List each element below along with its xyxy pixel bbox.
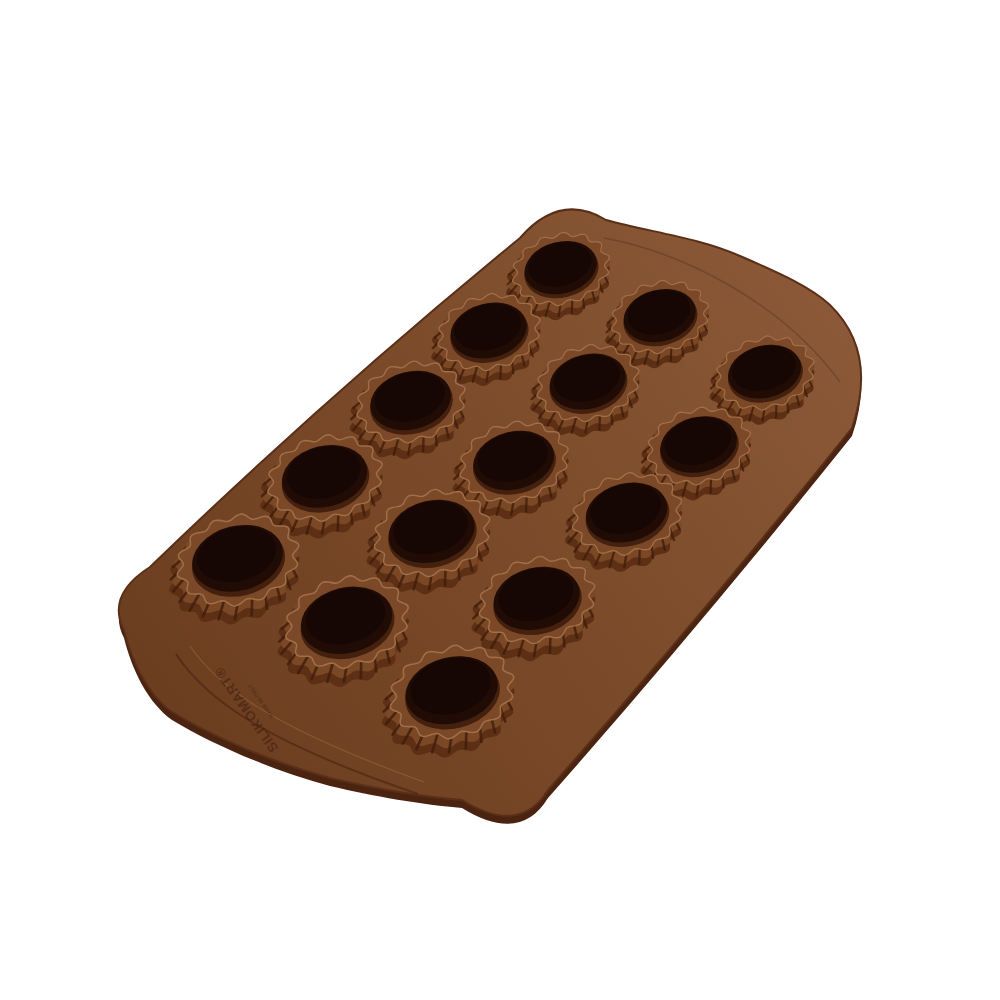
- product-photo: SILIKOMART® MADE IN ITALY: [0, 0, 1000, 1000]
- mold-photo-svg: SILIKOMART® MADE IN ITALY: [0, 0, 1000, 1000]
